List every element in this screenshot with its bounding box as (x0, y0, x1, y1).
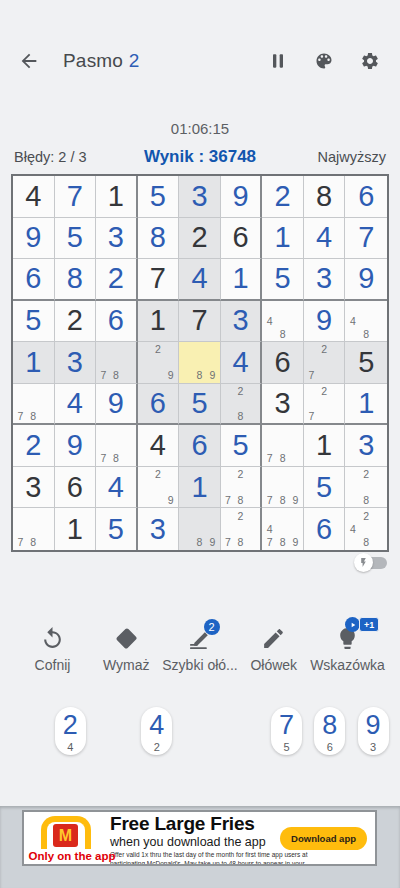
user-digit: 3 (191, 182, 207, 211)
play-ad-icon (345, 617, 360, 632)
user-digit: 7 (67, 182, 83, 211)
user-digit: 6 (316, 515, 332, 544)
cell-r9c6[interactable]: 278 (221, 508, 263, 550)
cell-r8c8[interactable]: 5 (304, 467, 346, 509)
cell-r8c1[interactable]: 3 (13, 467, 55, 509)
level-number: 2 (129, 50, 140, 71)
numpad-slot-8: 86 (309, 707, 351, 757)
pencil-notes: 248 (346, 509, 386, 549)
numpad-button-7[interactable]: 75 (271, 707, 302, 755)
numpad-digit: 8 (322, 710, 337, 741)
given-digit: 1 (67, 515, 83, 544)
cell-r7c6[interactable]: 5 (221, 425, 263, 467)
numpad-remaining-count: 4 (67, 741, 73, 753)
app-bar: Pasmo 2 (0, 42, 400, 80)
user-digit: 3 (67, 348, 83, 377)
user-digit: 5 (25, 306, 41, 335)
cell-r6c2[interactable]: 4 (55, 384, 97, 426)
pencil-notes: 27 (305, 343, 344, 382)
cell-r7c8[interactable]: 1 (304, 425, 346, 467)
cell-r1c1[interactable]: 4 (13, 176, 55, 218)
cell-r1c7[interactable]: 2 (262, 176, 304, 218)
user-digit: 2 (275, 182, 291, 211)
level-name: Pasmo (63, 50, 123, 71)
numpad-slot-9: 93 (352, 707, 394, 757)
cell-r2c6[interactable]: 6 (221, 218, 263, 260)
hint-plus-badge: +1 (359, 617, 379, 632)
cell-r1c2[interactable]: 7 (55, 176, 97, 218)
cell-r2c4[interactable]: 8 (138, 218, 180, 260)
user-digit: 9 (108, 389, 124, 418)
cell-r8c5[interactable]: 1 (179, 467, 221, 509)
cell-r1c9[interactable]: 6 (345, 176, 387, 218)
cell-r6c4[interactable]: 6 (138, 384, 180, 426)
cell-r7c7[interactable]: 78 (262, 425, 304, 467)
pencil-notes: 29 (139, 343, 178, 382)
cell-r2c8[interactable]: 4 (304, 218, 346, 260)
user-digit: 4 (108, 473, 124, 502)
page-title: Pasmo 2 (63, 50, 139, 72)
cell-r3c9[interactable]: 9 (345, 259, 387, 301)
pencil-notes: 78 (263, 426, 302, 465)
palette-icon[interactable] (314, 51, 334, 71)
user-digit: 8 (150, 223, 166, 252)
user-digit: 6 (150, 389, 166, 418)
numpad-slot-4: 42 (136, 707, 178, 757)
undo-button[interactable]: Cofnij (16, 626, 89, 673)
cell-r7c3[interactable]: 78 (96, 425, 138, 467)
cell-r5c5[interactable]: 89 (179, 342, 221, 384)
timer: 01:06:15 (0, 120, 400, 137)
given-digit: 2 (191, 223, 207, 252)
user-digit: 5 (232, 431, 248, 460)
pencil-notes: 78 (14, 385, 53, 423)
cell-r6c7[interactable]: 3 (262, 384, 304, 426)
cell-r3c4[interactable]: 7 (138, 259, 180, 301)
cell-r9c8[interactable]: 6 (304, 508, 346, 550)
pencil-notes: 4789 (263, 509, 302, 549)
undo-icon (40, 626, 65, 651)
pencil-icon (261, 626, 286, 651)
pencil-button[interactable]: Ołówek (237, 626, 310, 673)
given-digit: 3 (275, 389, 291, 418)
user-digit: 8 (67, 264, 83, 293)
given-digit: 7 (191, 306, 207, 335)
pencil-notes: 78 (14, 509, 53, 549)
user-digit: 5 (191, 389, 207, 418)
pencil-notes: 28 (346, 468, 386, 507)
quick-pencil-label: Szybki ołó... (162, 657, 237, 673)
cell-r9c2[interactable]: 1 (55, 508, 97, 550)
numpad-digit: 9 (365, 710, 380, 741)
ad-disclaimer: Offer valid 1x thru the last day of the … (110, 851, 308, 866)
pencil-notes: 78 (97, 343, 135, 382)
mcdonalds-m-icon: M (53, 824, 78, 847)
given-digit: 2 (67, 306, 83, 335)
numpad-button-9[interactable]: 93 (358, 707, 389, 755)
given-digit: 6 (275, 348, 291, 377)
pencil-notes: 27 (305, 385, 344, 423)
given-digit: 7 (150, 264, 166, 293)
cell-r8c4[interactable]: 29 (138, 467, 180, 509)
pencil-notes: 29 (139, 468, 178, 507)
given-digit: 1 (316, 431, 332, 460)
cell-r3c3[interactable]: 2 (96, 259, 138, 301)
cell-r5c9[interactable]: 5 (345, 342, 387, 384)
numpad-digit: 2 (63, 710, 78, 741)
user-digit: 4 (232, 348, 248, 377)
user-digit: 6 (25, 264, 41, 293)
cell-r8c2[interactable]: 6 (55, 467, 97, 509)
numpad-slot-5 (179, 707, 221, 757)
cell-r5c4[interactable]: 29 (138, 342, 180, 384)
given-digit: 4 (25, 182, 41, 211)
undo-label: Cofnij (35, 657, 71, 673)
cell-r6c5[interactable]: 5 (179, 384, 221, 426)
cell-r9c1[interactable]: 78 (13, 508, 55, 550)
cell-r1c3[interactable]: 1 (96, 176, 138, 218)
given-digit: 6 (232, 223, 248, 252)
cell-r5c1[interactable]: 1 (13, 342, 55, 384)
hint-label: Wskazówka (310, 657, 385, 673)
user-digit: 1 (232, 264, 248, 293)
numpad-digit: 4 (149, 710, 164, 741)
user-digit: 1 (191, 473, 207, 502)
user-digit: 3 (232, 306, 248, 335)
cell-r2c1[interactable]: 9 (13, 218, 55, 260)
quick-pencil-count-badge: 2 (204, 619, 220, 635)
numpad-button-4[interactable]: 42 (141, 707, 172, 755)
ad-banner: M Only on the app Free Large Fries when … (0, 806, 400, 888)
user-digit: 7 (358, 223, 374, 252)
cell-r2c7[interactable]: 1 (262, 218, 304, 260)
erase-button[interactable]: Wymaż (90, 626, 163, 673)
numpad-slot-1 (6, 707, 48, 757)
cell-r3c5[interactable]: 4 (179, 259, 221, 301)
cell-r4c6[interactable]: 3 (221, 301, 263, 343)
quick-pencil-button[interactable]: 2 Szybki ołó... (164, 626, 237, 673)
user-digit: 6 (108, 306, 124, 335)
user-digit: 9 (358, 264, 374, 293)
user-digit: 5 (67, 223, 83, 252)
cell-r1c8[interactable]: 8 (304, 176, 346, 218)
numpad-remaining-count: 3 (370, 741, 376, 753)
back-arrow-icon[interactable] (18, 50, 40, 72)
pencil-notes: 789 (263, 468, 302, 507)
user-digit: 9 (25, 223, 41, 252)
pencil-notes: 278 (222, 468, 260, 507)
pencil-notes: 89 (180, 343, 219, 382)
cell-r5c7[interactable]: 6 (262, 342, 304, 384)
toolbar: Cofnij Wymaż 2 Szybki ołó... Ołówek (16, 626, 384, 673)
user-digit: 5 (316, 473, 332, 502)
user-digit: 4 (316, 223, 332, 252)
user-digit: 9 (232, 182, 248, 211)
user-digit: 4 (191, 264, 207, 293)
user-digit: 5 (108, 515, 124, 544)
cell-r5c8[interactable]: 27 (304, 342, 346, 384)
given-digit: 5 (358, 348, 374, 377)
user-digit: 9 (316, 306, 332, 335)
numpad-button-8[interactable]: 86 (314, 707, 345, 755)
pencil-notes: 48 (263, 302, 302, 341)
cell-r6c3[interactable]: 9 (96, 384, 138, 426)
user-digit: 5 (275, 264, 291, 293)
lightning-icon (358, 557, 369, 568)
ad-copy: Free Large Fries when you download the a… (110, 812, 276, 864)
user-digit: 1 (25, 348, 41, 377)
given-digit: 1 (108, 182, 124, 211)
user-digit: 3 (358, 431, 374, 460)
user-digit: 3 (150, 515, 166, 544)
cell-r3c8[interactable]: 3 (304, 259, 346, 301)
cell-r8c3[interactable]: 4 (96, 467, 138, 509)
user-digit: 3 (108, 223, 124, 252)
cell-r9c3[interactable]: 5 (96, 508, 138, 550)
numpad-digit: 7 (279, 710, 294, 741)
cell-r9c7[interactable]: 4789 (262, 508, 304, 550)
cell-r2c5[interactable]: 2 (179, 218, 221, 260)
given-digit: 6 (67, 473, 83, 502)
cell-r1c5[interactable]: 3 (179, 176, 221, 218)
cell-r8c7[interactable]: 789 (262, 467, 304, 509)
cell-r6c9[interactable]: 1 (345, 384, 387, 426)
pencil-notes: 78 (97, 426, 135, 465)
user-digit: 6 (358, 182, 374, 211)
ad-headline: Free Large Fries (110, 814, 276, 834)
user-digit: 4 (67, 389, 83, 418)
user-digit: 6 (191, 431, 207, 460)
user-digit: 5 (150, 182, 166, 211)
erase-label: Wymaż (103, 657, 150, 673)
pencil-notes: 28 (222, 385, 260, 423)
numpad-slot-2: 24 (49, 707, 91, 757)
cell-r7c5[interactable]: 6 (179, 425, 221, 467)
cell-r6c8[interactable]: 27 (304, 384, 346, 426)
ad-subheadline: when you download the app (110, 835, 276, 849)
toggle-thumb (354, 553, 373, 572)
numpad-slot-3 (93, 707, 135, 757)
given-digit: 4 (150, 431, 166, 460)
download-app-button[interactable]: Download app (280, 827, 367, 850)
settings-gear-icon[interactable] (360, 51, 380, 71)
lightning-toggle[interactable] (354, 553, 387, 572)
hint-bulb-icon: +1 (335, 626, 360, 651)
pencil-label: Ołówek (250, 657, 297, 673)
pencil-notes: 278 (222, 509, 260, 549)
user-digit: 2 (108, 264, 124, 293)
numpad-slot-7: 75 (266, 707, 308, 757)
cell-r4c8[interactable]: 9 (304, 301, 346, 343)
numpad-slot-6 (222, 707, 264, 757)
ad-tagline: Only on the app (22, 850, 122, 862)
user-digit: 1 (358, 389, 374, 418)
cell-r5c2[interactable]: 3 (55, 342, 97, 384)
pencil-notes: 48 (346, 302, 386, 341)
stats-row: Błędy: 2 / 3 Wynik : 36748 Najwyższy (14, 147, 386, 167)
sudoku-board: 4715392869538261476827415395261734894813… (11, 174, 389, 552)
given-digit: 1 (150, 306, 166, 335)
numpad-remaining-count: 6 (327, 741, 333, 753)
cell-r6c6[interactable]: 28 (221, 384, 263, 426)
hint-button[interactable]: +1 Wskazówka (311, 626, 384, 673)
cell-r9c4[interactable]: 3 (138, 508, 180, 550)
cell-r5c3[interactable]: 78 (96, 342, 138, 384)
cell-r2c9[interactable]: 7 (345, 218, 387, 260)
numpad-remaining-count: 2 (154, 741, 160, 753)
cell-r4c7[interactable]: 48 (262, 301, 304, 343)
cell-r8c9[interactable]: 28 (345, 467, 387, 509)
app-bar-actions (268, 51, 380, 71)
cell-r7c2[interactable]: 9 (55, 425, 97, 467)
cell-r4c4[interactable]: 1 (138, 301, 180, 343)
cell-r1c6[interactable]: 9 (221, 176, 263, 218)
numpad-remaining-count: 5 (283, 741, 289, 753)
given-digit: 8 (316, 182, 332, 211)
cell-r9c9[interactable]: 248 (345, 508, 387, 550)
number-pad: 2442758693 (6, 707, 394, 757)
user-digit: 9 (67, 431, 83, 460)
cell-r8c6[interactable]: 278 (221, 467, 263, 509)
cell-r5c6[interactable]: 4 (221, 342, 263, 384)
cell-r7c4[interactable]: 4 (138, 425, 180, 467)
cell-r7c9[interactable]: 3 (345, 425, 387, 467)
cell-r3c2[interactable]: 8 (55, 259, 97, 301)
pause-icon[interactable] (268, 51, 288, 71)
cell-r4c3[interactable]: 6 (96, 301, 138, 343)
best-score-label: Najwyższy (318, 149, 386, 165)
user-digit: 3 (316, 264, 332, 293)
mcdonalds-logo: M Only on the app (24, 812, 110, 864)
user-digit: 2 (25, 431, 41, 460)
cell-r4c5[interactable]: 7 (179, 301, 221, 343)
sudoku-app-screen: Pasmo 2 01:06:15 Błędy: 2 / 3 Wynik : 36… (0, 0, 400, 888)
cell-r7c1[interactable]: 2 (13, 425, 55, 467)
hint-ad-badge: +1 (345, 617, 379, 632)
ad-card[interactable]: M Only on the app Free Large Fries when … (22, 810, 377, 866)
numpad-button-2[interactable]: 24 (55, 707, 86, 755)
cell-r2c3[interactable]: 3 (96, 218, 138, 260)
cell-r3c1[interactable]: 6 (13, 259, 55, 301)
cell-r4c2[interactable]: 2 (55, 301, 97, 343)
cell-r3c7[interactable]: 5 (262, 259, 304, 301)
quick-pencil-icon: 2 (188, 626, 213, 651)
cell-r3c6[interactable]: 1 (221, 259, 263, 301)
cell-r6c1[interactable]: 78 (13, 384, 55, 426)
cell-r2c2[interactable]: 5 (55, 218, 97, 260)
given-digit: 3 (25, 473, 41, 502)
eraser-icon (114, 626, 139, 651)
user-digit: 1 (275, 223, 291, 252)
cell-r4c1[interactable]: 5 (13, 301, 55, 343)
cell-r1c4[interactable]: 5 (138, 176, 180, 218)
cell-r9c5[interactable]: 89 (179, 508, 221, 550)
pencil-notes: 89 (180, 509, 219, 549)
cell-r4c9[interactable]: 48 (345, 301, 387, 343)
